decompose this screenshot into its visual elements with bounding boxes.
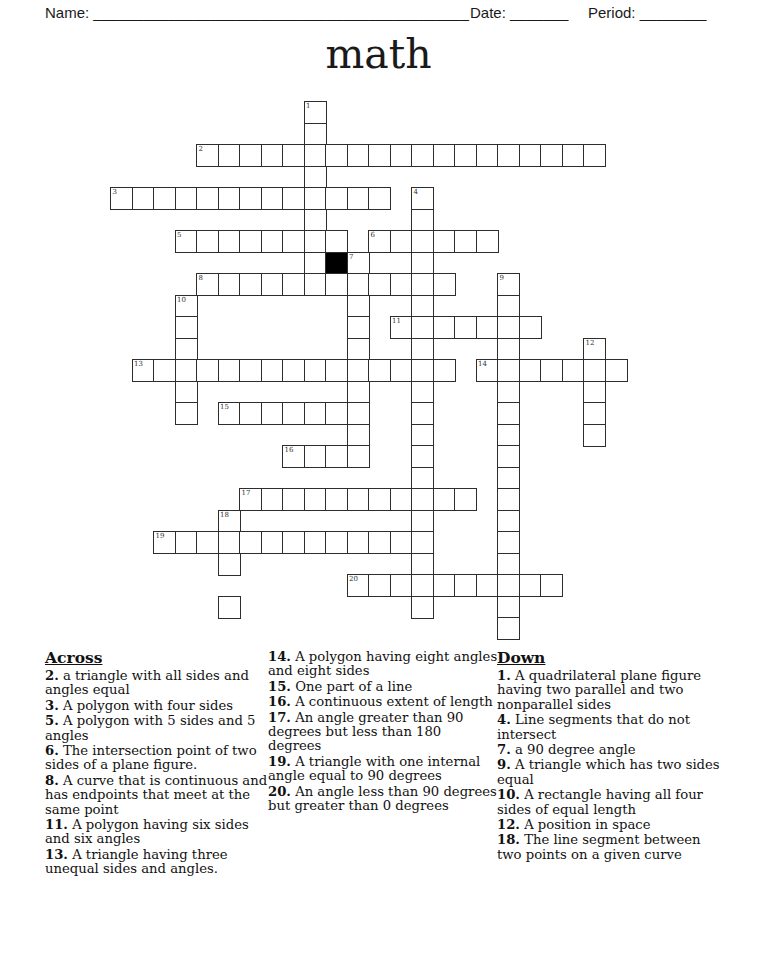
grid-cell[interactable]: [218, 144, 241, 167]
clue-8-across: 8. A curve that is continuous and has en…: [45, 774, 275, 817]
grid-cell[interactable]: [218, 596, 241, 619]
grid-cell[interactable]: [282, 144, 305, 167]
grid-cell[interactable]: [304, 273, 327, 296]
period-line[interactable]: ________: [640, 4, 707, 21]
grid-cell[interactable]: [411, 553, 434, 576]
grid-cell[interactable]: [433, 316, 456, 339]
clue-number: 18: [220, 511, 229, 519]
grid-cell[interactable]: [390, 488, 413, 511]
grid-cell[interactable]: [304, 230, 327, 253]
grid-cell[interactable]: [304, 359, 327, 382]
grid-cell[interactable]: [218, 359, 241, 382]
puzzle-title: math: [0, 30, 757, 78]
grid-cell[interactable]: [304, 488, 327, 511]
grid-cell[interactable]: 13: [132, 359, 155, 382]
grid-cell[interactable]: [583, 381, 606, 404]
date-field: Date: _______: [470, 4, 568, 21]
grid-cell[interactable]: [411, 402, 434, 425]
clue-18-down: 18. The line segment between two points …: [497, 833, 727, 862]
grid-cell[interactable]: [304, 144, 327, 167]
grid-cell[interactable]: [347, 316, 370, 339]
period-label: Period:: [588, 4, 636, 21]
grid-cell[interactable]: [433, 359, 456, 382]
grid-cell[interactable]: 9: [497, 273, 520, 296]
grid-cell[interactable]: [175, 531, 198, 554]
name-line[interactable]: ________________________________________…: [93, 4, 468, 21]
grid-cell[interactable]: [562, 144, 585, 167]
grid-cell[interactable]: [261, 230, 284, 253]
grid-cell[interactable]: [347, 488, 370, 511]
grid-cell[interactable]: 15: [218, 402, 241, 425]
grid-cell[interactable]: [583, 144, 606, 167]
grid-cell[interactable]: [411, 424, 434, 447]
grid-cell[interactable]: [540, 144, 563, 167]
grid-cell[interactable]: [519, 574, 542, 597]
grid-cell[interactable]: [175, 402, 198, 425]
date-line[interactable]: _______: [510, 4, 568, 21]
grid-cell[interactable]: [497, 596, 520, 619]
clue-1-down: 1. A quadrilateral plane figure having t…: [497, 669, 727, 712]
grid-cell[interactable]: [411, 488, 434, 511]
grid-cell[interactable]: [390, 359, 413, 382]
grid-cell[interactable]: [196, 230, 219, 253]
clue-number: 8: [199, 274, 203, 282]
grid-cell[interactable]: [347, 144, 370, 167]
grid-cell[interactable]: [519, 144, 542, 167]
grid-cell[interactable]: [497, 424, 520, 447]
grid-cell[interactable]: [411, 316, 434, 339]
grid-cell[interactable]: [304, 209, 327, 232]
grid-cell[interactable]: [476, 144, 499, 167]
grid-cell[interactable]: [304, 166, 327, 189]
grid-cell[interactable]: 6: [368, 230, 391, 253]
grid-cell[interactable]: [132, 187, 155, 210]
clue-12-down: 12. A position in space: [497, 818, 727, 832]
clue-number: 3.: [45, 698, 59, 713]
grid-cell[interactable]: [390, 531, 413, 554]
clue-number: 8.: [45, 773, 59, 788]
clue-number: 16.: [268, 694, 291, 709]
grid-cell[interactable]: [282, 230, 305, 253]
grid-cell[interactable]: [239, 359, 262, 382]
clue-number: 5.: [45, 713, 59, 728]
grid-cell[interactable]: [368, 187, 391, 210]
grid-cell[interactable]: [519, 359, 542, 382]
grid-cell[interactable]: [218, 553, 241, 576]
grid-cell[interactable]: [368, 488, 391, 511]
grid-cell[interactable]: [325, 230, 348, 253]
grid-cell[interactable]: [368, 144, 391, 167]
grid-cell[interactable]: [261, 402, 284, 425]
clue-number: 3: [113, 188, 117, 196]
grid-cell[interactable]: [282, 402, 305, 425]
grid-cell[interactable]: [368, 574, 391, 597]
grid-cell[interactable]: [583, 402, 606, 425]
grid-cell[interactable]: [454, 574, 477, 597]
grid-cell[interactable]: 17: [239, 488, 262, 511]
grid-cell[interactable]: [347, 531, 370, 554]
clue-9-down: 9. A triangle which has two sides equal: [497, 758, 727, 787]
grid-cell[interactable]: 3: [110, 187, 133, 210]
grid-cell[interactable]: [411, 209, 434, 232]
grid-cell[interactable]: [411, 445, 434, 468]
grid-cell[interactable]: [347, 187, 370, 210]
grid-cell[interactable]: 18: [218, 510, 241, 533]
grid-cell[interactable]: 2: [196, 144, 219, 167]
grid-cell[interactable]: [196, 531, 219, 554]
clue-number: 4.: [497, 712, 511, 727]
grid-cell[interactable]: 10: [175, 295, 198, 318]
clue-20-across: 20. An angle less than 90 degrees but gr…: [268, 785, 498, 814]
clue-number: 9: [500, 274, 504, 282]
grid-cell[interactable]: [153, 187, 176, 210]
clue-number: 20: [349, 575, 358, 583]
grid-cell[interactable]: [433, 230, 456, 253]
clue-11-across: 11. A polygon having six sides and six a…: [45, 818, 275, 847]
grid-cell[interactable]: [433, 144, 456, 167]
grid-cell[interactable]: [476, 574, 499, 597]
grid-cell[interactable]: [454, 230, 477, 253]
clue-number: 6: [371, 231, 375, 239]
grid-cell[interactable]: 20: [347, 574, 370, 597]
grid-cell[interactable]: 1: [304, 101, 327, 124]
clue-10-down: 10. A rectangle having all four sides of…: [497, 788, 727, 817]
grid-cell[interactable]: [497, 381, 520, 404]
clue-3-across: 3. A polygon with four sides: [45, 699, 275, 713]
grid-cell[interactable]: [175, 359, 198, 382]
clue-13-across: 13. A triangle having three unequal side…: [45, 848, 275, 877]
grid-cell[interactable]: [347, 424, 370, 447]
grid-cell[interactable]: [497, 445, 520, 468]
grid-cell[interactable]: [519, 316, 542, 339]
clue-number: 9.: [497, 757, 511, 772]
grid-cell[interactable]: [411, 295, 434, 318]
grid-cell[interactable]: [433, 574, 456, 597]
grid-cell[interactable]: [239, 144, 262, 167]
across-clue-list-2: 14. A polygon having eight angles and ei…: [268, 650, 498, 813]
grid-cell[interactable]: [175, 187, 198, 210]
clue-number: 19.: [268, 754, 291, 769]
grid-cell[interactable]: [304, 445, 327, 468]
grid-cell[interactable]: [411, 359, 434, 382]
grid-cell[interactable]: [261, 359, 284, 382]
grid-cell[interactable]: [411, 252, 434, 275]
grid-cell[interactable]: [282, 531, 305, 554]
clue-number: 17: [242, 489, 251, 497]
clue-number: 14.: [268, 649, 291, 664]
grid-cell[interactable]: [497, 316, 520, 339]
grid-cell[interactable]: 4: [411, 187, 434, 210]
clue-number: 13.: [45, 847, 68, 862]
clue-number: 1.: [497, 668, 511, 683]
date-label: Date:: [470, 4, 506, 21]
grid-cell[interactable]: [454, 144, 477, 167]
grid-cell[interactable]: [497, 553, 520, 576]
grid-cell[interactable]: [261, 187, 284, 210]
grid-cell[interactable]: [411, 531, 434, 554]
grid-cell[interactable]: [540, 359, 563, 382]
grid-cell[interactable]: [497, 359, 520, 382]
grid-cell[interactable]: [347, 295, 370, 318]
grid-cell[interactable]: [325, 359, 348, 382]
grid-cell[interactable]: [304, 402, 327, 425]
grid-cell[interactable]: [325, 488, 348, 511]
clue-15-across: 15. One part of a line: [268, 680, 498, 694]
clue-4-down: 4. Line segments that do not intersect: [497, 713, 727, 742]
clue-16-across: 16. A continuous extent of length: [268, 695, 498, 709]
grid-cell[interactable]: [347, 338, 370, 361]
grid-cell[interactable]: [497, 295, 520, 318]
across-heading: Across: [45, 650, 275, 666]
grid-cell[interactable]: [497, 510, 520, 533]
clue-number: 20.: [268, 784, 291, 799]
grid-cell[interactable]: [304, 252, 327, 275]
grid-cell[interactable]: [497, 402, 520, 425]
clue-7-down: 7. a 90 degree angle: [497, 743, 727, 757]
grid-cell[interactable]: [390, 273, 413, 296]
grid-cell[interactable]: [347, 445, 370, 468]
grid-cell[interactable]: [196, 187, 219, 210]
clue-number: 12: [586, 339, 595, 347]
clue-2-across: 2. a triangle with all sides and angles …: [45, 669, 275, 698]
clue-number: 15.: [268, 679, 291, 694]
clue-number: 6.: [45, 743, 59, 758]
grid-cell[interactable]: [497, 488, 520, 511]
name-field: Name: __________________________________…: [45, 4, 469, 21]
grid-cell[interactable]: [175, 338, 198, 361]
grid-cell[interactable]: [411, 596, 434, 619]
grid-cell[interactable]: [261, 144, 284, 167]
clue-number: 13: [134, 360, 143, 368]
grid-cell[interactable]: [368, 531, 391, 554]
grid-cell[interactable]: [454, 488, 477, 511]
period-field: Period: ________: [588, 4, 706, 21]
grid-cell[interactable]: 16: [282, 445, 305, 468]
grid-cell[interactable]: 11: [390, 316, 413, 339]
grid-cell[interactable]: [239, 273, 262, 296]
grid-cell[interactable]: [175, 316, 198, 339]
grid-cell[interactable]: 12: [583, 338, 606, 361]
grid-cell[interactable]: 8: [196, 273, 219, 296]
clue-number: 19: [156, 532, 165, 540]
grid-cell[interactable]: [411, 510, 434, 533]
grid-cell[interactable]: [196, 359, 219, 382]
across-clue-list-1: 2. a triangle with all sides and angles …: [45, 669, 275, 877]
clue-number: 7.: [497, 742, 511, 757]
clue-number: 5: [177, 231, 181, 239]
clue-17-across: 17. An angle greater than 90 degrees but…: [268, 711, 498, 754]
grid-cell[interactable]: [411, 338, 434, 361]
grid-cell[interactable]: [347, 359, 370, 382]
grid-cell[interactable]: [325, 144, 348, 167]
grid-cell[interactable]: [605, 359, 628, 382]
clue-number: 10.: [497, 787, 520, 802]
clue-number: 4: [414, 188, 418, 196]
clue-number: 1: [306, 102, 310, 110]
grid-cell[interactable]: [218, 273, 241, 296]
grid-cell[interactable]: [325, 402, 348, 425]
clue-number: 14: [478, 360, 487, 368]
grid-cell[interactable]: [282, 273, 305, 296]
grid-cell[interactable]: [390, 574, 413, 597]
clue-19-across: 19. A triangle with one internal angle e…: [268, 755, 498, 784]
block-cell: [325, 252, 348, 275]
clue-number: 11.: [45, 817, 68, 832]
grid-cell[interactable]: [411, 574, 434, 597]
grid-cell[interactable]: [562, 359, 585, 382]
grid-cell[interactable]: [261, 531, 284, 554]
grid-cell[interactable]: [433, 273, 456, 296]
grid-cell[interactable]: [261, 488, 284, 511]
across-clues-col2: 14. A polygon having eight angles and ei…: [268, 650, 498, 814]
grid-cell[interactable]: [454, 316, 477, 339]
clue-number: 11: [392, 317, 401, 325]
grid-cell[interactable]: [433, 488, 456, 511]
grid-cell[interactable]: [239, 402, 262, 425]
grid-cell[interactable]: [476, 316, 499, 339]
grid-cell[interactable]: [282, 488, 305, 511]
down-clues: Down 1. A quadrilateral plane figure hav…: [497, 650, 727, 863]
grid-cell[interactable]: [347, 273, 370, 296]
clue-number: 18.: [497, 832, 520, 847]
crossword-grid: 1234567891011121314151617181920: [110, 101, 628, 641]
grid-cell[interactable]: [239, 187, 262, 210]
clue-number: 10: [177, 296, 186, 304]
down-clue-list: 1. A quadrilateral plane figure having t…: [497, 669, 727, 862]
clue-number: 16: [285, 446, 294, 454]
grid-cell[interactable]: [153, 359, 176, 382]
grid-cell[interactable]: 7: [347, 252, 370, 275]
grid-cell[interactable]: [239, 531, 262, 554]
grid-cell[interactable]: [304, 531, 327, 554]
grid-cell[interactable]: [347, 402, 370, 425]
clue-number: 2.: [45, 668, 59, 683]
clue-number: 17.: [268, 710, 291, 725]
name-label: Name:: [45, 4, 89, 21]
clue-number: 2: [199, 145, 203, 153]
grid-cell[interactable]: [325, 445, 348, 468]
grid-cell[interactable]: [218, 531, 241, 554]
grid-cell[interactable]: [411, 144, 434, 167]
grid-cell[interactable]: [368, 359, 391, 382]
grid-cell[interactable]: [368, 273, 391, 296]
grid-cell[interactable]: 19: [153, 531, 176, 554]
grid-cell[interactable]: [411, 381, 434, 404]
grid-cell[interactable]: [218, 187, 241, 210]
grid-cell[interactable]: 14: [476, 359, 499, 382]
grid-cell[interactable]: [497, 467, 520, 490]
grid-cell[interactable]: [261, 273, 284, 296]
grid-cell[interactable]: [497, 338, 520, 361]
grid-cell[interactable]: [347, 381, 370, 404]
clue-number: 15: [220, 403, 229, 411]
grid-cell[interactable]: [390, 230, 413, 253]
grid-cell[interactable]: [304, 187, 327, 210]
clue-6-across: 6. The intersection point of two sides o…: [45, 744, 275, 773]
grid-cell[interactable]: [583, 424, 606, 447]
clue-number: 7: [349, 253, 353, 261]
down-heading: Down: [497, 650, 727, 666]
grid-cell[interactable]: [325, 273, 348, 296]
clue-14-across: 14. A polygon having eight angles and ei…: [268, 650, 498, 679]
grid-cell[interactable]: [325, 531, 348, 554]
grid-cell[interactable]: [497, 617, 520, 640]
grid-cell[interactable]: 5: [175, 230, 198, 253]
grid-cell[interactable]: [583, 359, 606, 382]
grid-cell[interactable]: [540, 574, 563, 597]
grid-cell[interactable]: [239, 230, 262, 253]
grid-cell[interactable]: [411, 467, 434, 490]
grid-cell[interactable]: [497, 574, 520, 597]
grid-cell[interactable]: [390, 144, 413, 167]
clue-number: 12.: [497, 817, 520, 832]
grid-cell[interactable]: [282, 359, 305, 382]
grid-cell[interactable]: [282, 187, 305, 210]
grid-cell[interactable]: [497, 531, 520, 554]
clue-5-across: 5. A polygon with 5 sides and 5 angles: [45, 714, 275, 743]
grid-cell[interactable]: [411, 273, 434, 296]
grid-cell[interactable]: [175, 381, 198, 404]
grid-cell[interactable]: [411, 230, 434, 253]
grid-cell[interactable]: [476, 230, 499, 253]
across-clues-col1: Across 2. a triangle with all sides and …: [45, 650, 275, 878]
grid-cell[interactable]: [497, 144, 520, 167]
grid-cell[interactable]: [325, 187, 348, 210]
grid-cell[interactable]: [218, 230, 241, 253]
grid-cell[interactable]: [304, 123, 327, 146]
